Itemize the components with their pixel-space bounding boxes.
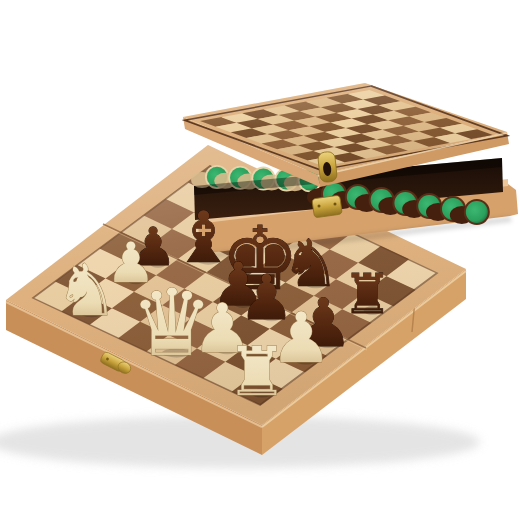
svg-text:♛: ♛ xyxy=(130,269,213,377)
white-knight-g1: ♞ xyxy=(55,249,119,332)
svg-text:♞: ♞ xyxy=(55,249,119,332)
chess-set-photo: ♝♟♟♞♚♟♜♞♟♟♟♛♟♜ xyxy=(0,0,520,520)
svg-text:♜: ♜ xyxy=(226,332,287,411)
white-queen-d1: ♛ xyxy=(130,269,213,377)
chess-scene: ♝♟♟♞♚♟♜♞♟♟♟♛♟♜ xyxy=(0,0,520,520)
white-rook-a1: ♜ xyxy=(226,332,287,411)
